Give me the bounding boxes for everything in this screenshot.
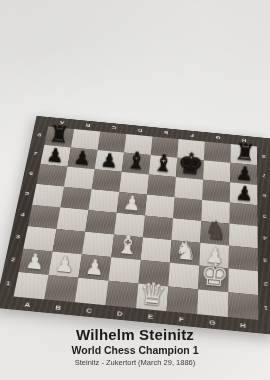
- square-a7: ♟: [40, 145, 70, 167]
- square-e8: [151, 136, 179, 157]
- square-b6: [64, 167, 95, 190]
- board-scene: ABCDEFGH ABCDEFGH 87654321 87654321 ♜♜♟♟…: [0, 26, 270, 332]
- square-h7: ♟: [230, 163, 257, 185]
- file-label-c: C: [100, 122, 127, 134]
- rank-label-2: 2: [258, 271, 270, 296]
- square-d4: [114, 213, 145, 237]
- square-f5: [173, 197, 202, 221]
- piece-white-knight-f3: ♞: [170, 237, 202, 265]
- piece-white-pawn-b2: ♟: [49, 253, 81, 277]
- square-e1: ♛: [136, 284, 168, 312]
- square-e7: ♝: [149, 155, 177, 177]
- square-g7: [203, 160, 230, 182]
- square-d7: ♝: [122, 153, 151, 175]
- piece-white-bishop-d3: ♝: [111, 231, 143, 259]
- rank-label-7: 7: [26, 144, 44, 164]
- square-a3: [23, 226, 56, 251]
- rank-label-1: 1: [0, 271, 18, 297]
- rank-label-8: 8: [257, 146, 270, 166]
- square-f2: [168, 263, 199, 290]
- square-b2: ♟: [48, 251, 81, 277]
- piece-white-pawn-a2: ♟: [19, 250, 51, 274]
- square-g6: [202, 180, 230, 203]
- file-label-g: G: [205, 132, 231, 144]
- square-c7: ♟: [95, 150, 124, 172]
- square-h3: [229, 246, 258, 272]
- square-f8: [177, 139, 204, 160]
- square-h1: [228, 292, 259, 320]
- square-c8: [97, 131, 126, 152]
- piece-black-bishop-e7: ♝: [149, 151, 178, 177]
- square-h2: [228, 268, 258, 295]
- piece-white-pawn-d5: ♟: [117, 193, 147, 216]
- square-b1: [44, 275, 78, 302]
- square-d6: [119, 172, 149, 195]
- file-label-a: A: [11, 296, 44, 312]
- square-a4: [28, 205, 61, 229]
- square-c3: [82, 232, 114, 257]
- rank-label-8: 8: [31, 125, 48, 145]
- board-frame: ABCDEFGH ABCDEFGH 87654321 87654321 ♜♜♟♟…: [0, 116, 270, 335]
- rank-label-7: 7: [257, 165, 270, 186]
- piece-black-bishop-d7: ♝: [122, 148, 151, 174]
- piece-black-pawn-h7: ♟: [230, 163, 259, 185]
- square-g8: [204, 141, 231, 162]
- square-f7: ♚: [176, 158, 204, 180]
- board-photo: ABCDEFGH ABCDEFGH 87654321 87654321 ♜♜♟♟…: [0, 0, 270, 322]
- piece-black-pawn-c7: ♟: [95, 150, 124, 172]
- piece-black-king-f7: ♚: [176, 148, 206, 179]
- chess-board: ABCDEFGH ABCDEFGH 87654321 87654321 ♜♜♟♟…: [0, 116, 270, 335]
- rank-label-3: 3: [8, 225, 28, 249]
- square-c5: [89, 189, 120, 213]
- piece-white-pawn-c2: ♟: [79, 256, 111, 280]
- square-d2: [108, 257, 140, 283]
- poster: ABCDEFGH ABCDEFGH 87654321 87654321 ♜♜♟♟…: [0, 0, 270, 380]
- square-d5: ♟: [117, 192, 147, 216]
- poster-subtitle: World Chess Champion 1: [0, 344, 270, 356]
- file-label-h: H: [231, 135, 257, 147]
- poster-event: Steinitz - Zukertort (March 29, 1886): [0, 358, 270, 367]
- square-a2: ♟: [18, 249, 52, 275]
- file-label-f: F: [166, 311, 198, 327]
- square-d3: ♝: [111, 235, 143, 260]
- rank-labels-right: 87654321: [257, 146, 270, 321]
- square-g4: ♞: [200, 221, 229, 246]
- file-label-e: E: [135, 308, 167, 324]
- square-f1: [167, 286, 199, 314]
- square-a6: [36, 164, 67, 187]
- square-d8: [124, 134, 152, 155]
- file-label-b: B: [74, 120, 102, 132]
- board-grid: ♜♜♟♟♟♝♝♚♟♟♟♞♝♞♟♟♟♟♚♛: [14, 126, 259, 320]
- square-f3: ♞: [170, 240, 200, 266]
- square-a1: [14, 272, 49, 299]
- file-label-a: A: [48, 117, 76, 129]
- square-c1: [75, 278, 109, 305]
- file-label-f: F: [179, 130, 206, 142]
- file-label-b: B: [42, 299, 75, 315]
- rank-label-6: 6: [22, 163, 40, 184]
- square-c6: [92, 169, 122, 192]
- square-b4: [57, 207, 89, 231]
- square-c4: [85, 210, 116, 234]
- piece-white-queen-e1: ♛: [136, 277, 169, 310]
- piece-black-pawn-b7: ♟: [68, 147, 97, 169]
- square-e2: [138, 260, 170, 286]
- square-g5: [201, 200, 230, 224]
- square-h8: ♜: [230, 144, 257, 165]
- square-f6: [175, 177, 204, 200]
- square-e6: [147, 174, 176, 197]
- file-label-d: D: [126, 125, 153, 137]
- square-a5: [32, 184, 64, 207]
- square-b3: [53, 229, 86, 254]
- rank-label-4: 4: [13, 203, 32, 226]
- rank-label-5: 5: [257, 205, 270, 228]
- piece-white-pawn-g3: ♟: [199, 244, 230, 268]
- square-g1: [197, 289, 228, 317]
- rank-label-6: 6: [257, 185, 270, 207]
- rank-label-2: 2: [3, 247, 23, 272]
- square-g3: ♟: [199, 243, 229, 269]
- square-a8: ♜: [44, 126, 74, 147]
- piece-white-knight-g4: ♞: [200, 218, 231, 246]
- square-e5: [145, 195, 175, 219]
- square-b7: ♟: [68, 147, 98, 169]
- caption-block: Wilhelm Steinitz World Chess Champion 1 …: [0, 326, 270, 367]
- square-b8: [71, 129, 100, 150]
- poster-title: Wilhelm Steinitz: [0, 326, 270, 343]
- rank-label-4: 4: [258, 226, 270, 249]
- square-e4: [143, 216, 173, 241]
- file-label-c: C: [73, 302, 106, 318]
- rank-label-1: 1: [258, 295, 270, 321]
- rank-label-5: 5: [18, 183, 37, 205]
- file-label-d: D: [104, 305, 136, 321]
- file-labels-far: ABCDEFGH: [48, 117, 257, 146]
- square-h6: ♟: [230, 182, 258, 205]
- square-d1: [105, 281, 138, 309]
- piece-black-pawn-a7: ♟: [41, 145, 70, 167]
- square-f4: [172, 218, 202, 243]
- square-e3: [141, 237, 172, 262]
- file-label-e: E: [152, 127, 179, 139]
- square-h4: [229, 224, 258, 249]
- square-g2: ♚: [198, 266, 228, 293]
- square-h5: [229, 203, 257, 227]
- square-b5: [60, 187, 91, 210]
- piece-white-king-g2: ♚: [198, 257, 231, 292]
- rank-labels-left: 87654321: [0, 125, 48, 296]
- rank-label-3: 3: [258, 248, 270, 272]
- piece-black-pawn-h6: ♟: [230, 183, 259, 205]
- square-c2: ♟: [78, 254, 111, 280]
